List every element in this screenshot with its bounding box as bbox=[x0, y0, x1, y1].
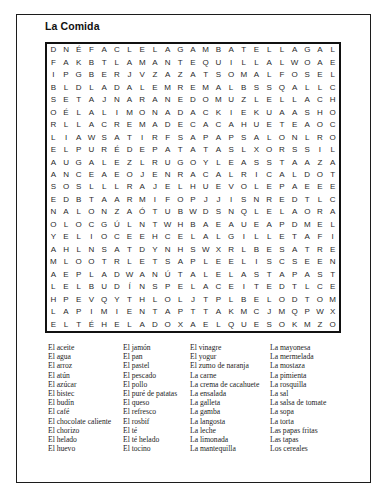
grid-cell-r7c12: C bbox=[187, 119, 200, 131]
grid-cell-r10c1: A bbox=[47, 156, 60, 168]
grid-cell-r14c21: O bbox=[301, 206, 314, 218]
grid-cell-r19c2: E bbox=[60, 269, 73, 281]
grid-cell-r17c8: D bbox=[136, 244, 149, 256]
grid-cell-r13c18: R bbox=[263, 194, 276, 206]
grid-cell-r12c13: U bbox=[199, 181, 212, 193]
grid-cell-r1c2: N bbox=[60, 44, 73, 56]
grid-cell-r11c3: C bbox=[72, 169, 85, 181]
grid-cell-r16c11: E bbox=[174, 231, 187, 243]
grid-cell-r5c1: S bbox=[47, 94, 60, 106]
grid-cell-r18c14: E bbox=[212, 256, 225, 268]
grid-cell-r10c11: G bbox=[174, 156, 187, 168]
grid-cell-r1c13: M bbox=[199, 44, 212, 56]
grid-cell-r6c17: K bbox=[250, 106, 263, 118]
word-item: La salsa de tomate bbox=[270, 398, 350, 407]
grid-cell-r17c23: E bbox=[326, 244, 339, 256]
grid-cell-r6c2: É bbox=[60, 106, 73, 118]
grid-cell-r11c9: E bbox=[149, 169, 162, 181]
word-item: El helado bbox=[48, 435, 122, 444]
grid-cell-r10c20: A bbox=[288, 156, 301, 168]
grid-cell-r16c16: I bbox=[237, 231, 250, 243]
grid-cell-r1c3: É bbox=[72, 44, 85, 56]
grid-cell-r12c8: A bbox=[136, 181, 149, 193]
grid-cell-r22c9: T bbox=[149, 306, 162, 318]
grid-cell-r9c14: A bbox=[212, 144, 225, 156]
grid-cell-r13c13: J bbox=[199, 194, 212, 206]
grid-cell-r20c2: E bbox=[60, 281, 73, 293]
grid-cell-r21c4: V bbox=[85, 294, 98, 306]
grid-cell-r9c16: L bbox=[237, 144, 250, 156]
grid-cell-r1c6: C bbox=[110, 44, 123, 56]
grid-cell-r9c18: O bbox=[263, 144, 276, 156]
grid-cell-r13c16: S bbox=[237, 194, 250, 206]
grid-cell-r5c9: A bbox=[149, 94, 162, 106]
grid-cell-r15c12: B bbox=[187, 219, 200, 231]
grid-cell-r18c10: S bbox=[161, 256, 174, 268]
grid-cell-r11c13: C bbox=[199, 169, 212, 181]
grid-cell-r4c14: A bbox=[212, 81, 225, 93]
grid-cell-r22c2: A bbox=[60, 306, 73, 318]
grid-cell-r22c20: Q bbox=[288, 306, 301, 318]
grid-cell-r8c15: P bbox=[225, 131, 238, 143]
grid-cell-r18c18: S bbox=[263, 256, 276, 268]
grid-cell-r13c1: E bbox=[47, 194, 60, 206]
grid-cell-r17c7: T bbox=[123, 244, 136, 256]
word-item: El bistec bbox=[48, 389, 122, 398]
grid-cell-r9c3: P bbox=[72, 144, 85, 156]
grid-cell-r18c17: I bbox=[250, 256, 263, 268]
grid-cell-r3c21: S bbox=[301, 69, 314, 81]
grid-cell-r1c20: A bbox=[288, 44, 301, 56]
grid-cell-r4c2: L bbox=[60, 81, 73, 93]
grid-cell-r12c4: L bbox=[85, 181, 98, 193]
grid-cell-r3c23: L bbox=[326, 69, 339, 81]
grid-cell-r19c7: W bbox=[123, 269, 136, 281]
grid-cell-r6c16: E bbox=[237, 106, 250, 118]
grid-cell-r8c22: R bbox=[314, 131, 327, 143]
grid-cell-r1c7: L bbox=[123, 44, 136, 56]
grid-cell-r8c13: P bbox=[199, 131, 212, 143]
grid-cell-r10c19: T bbox=[276, 156, 289, 168]
grid-cell-r5c21: A bbox=[301, 94, 314, 106]
grid-cell-r16c14: L bbox=[212, 231, 225, 243]
grid-cell-r23c14: L bbox=[212, 319, 225, 331]
grid-cell-r3c9: Z bbox=[149, 69, 162, 81]
grid-cell-r6c8: O bbox=[136, 106, 149, 118]
grid-cell-r9c19: R bbox=[276, 144, 289, 156]
grid-cell-r12c2: O bbox=[60, 181, 73, 193]
grid-cell-r21c7: T bbox=[123, 294, 136, 306]
grid-cell-r19c19: A bbox=[276, 269, 289, 281]
grid-cell-r22c15: K bbox=[225, 306, 238, 318]
grid-cell-r16c1: Y bbox=[47, 231, 60, 243]
grid-cell-r15c1: O bbox=[47, 219, 60, 231]
word-item: La crema de cacahuete bbox=[190, 380, 269, 389]
grid-cell-r18c19: C bbox=[276, 256, 289, 268]
grid-cell-r4c7: A bbox=[123, 81, 136, 93]
grid-cell-r17c6: A bbox=[110, 244, 123, 256]
grid-cell-r16c18: L bbox=[263, 231, 276, 243]
grid-cell-r10c13: Y bbox=[199, 156, 212, 168]
grid-cell-r7c17: U bbox=[250, 119, 263, 131]
grid-cell-r6c18: U bbox=[263, 106, 276, 118]
grid-cell-r1c23: L bbox=[326, 44, 339, 56]
grid-cell-r10c14: L bbox=[212, 156, 225, 168]
word-item: La gamba bbox=[190, 407, 269, 416]
word-item: El vinagre bbox=[190, 343, 269, 352]
grid-cell-r2c2: A bbox=[60, 56, 73, 68]
grid-cell-r23c19: O bbox=[276, 319, 289, 331]
grid-cell-r6c12: A bbox=[187, 106, 200, 118]
grid-cell-r14c6: Z bbox=[110, 206, 123, 218]
grid-cell-r11c6: E bbox=[110, 169, 123, 181]
grid-cell-r22c13: T bbox=[199, 306, 212, 318]
word-item: La ensalada bbox=[190, 389, 269, 398]
grid-cell-r19c4: L bbox=[85, 269, 98, 281]
grid-cell-r12c10: E bbox=[161, 181, 174, 193]
word-item: El refresco bbox=[123, 407, 189, 416]
grid-cell-r21c1: H bbox=[47, 294, 60, 306]
grid-cell-r4c6: D bbox=[110, 81, 123, 93]
grid-cell-r14c10: U bbox=[161, 206, 174, 218]
grid-cell-r17c17: B bbox=[250, 244, 263, 256]
grid-cell-r12c9: J bbox=[149, 181, 162, 193]
grid-cell-r2c16: L bbox=[237, 56, 250, 68]
grid-cell-r11c23: T bbox=[326, 169, 339, 181]
grid-cell-r21c13: T bbox=[199, 294, 212, 306]
grid-cell-r9c4: U bbox=[85, 144, 98, 156]
grid-cell-r10c2: U bbox=[60, 156, 73, 168]
grid-cell-r17c13: W bbox=[199, 244, 212, 256]
grid-cell-r19c5: A bbox=[98, 269, 111, 281]
grid-cell-r5c2: E bbox=[60, 94, 73, 106]
grid-cell-r8c9: R bbox=[149, 131, 162, 143]
grid-cell-r1c4: F bbox=[85, 44, 98, 56]
grid-cell-r10c8: L bbox=[136, 156, 149, 168]
grid-cell-r15c3: O bbox=[72, 219, 85, 231]
grid-cell-r3c2: P bbox=[60, 69, 73, 81]
grid-cell-r10c16: A bbox=[237, 156, 250, 168]
grid-cell-r22c19: M bbox=[276, 306, 289, 318]
grid-cell-r16c2: E bbox=[60, 231, 73, 243]
grid-cell-r20c21: L bbox=[301, 281, 314, 293]
grid-cell-r8c19: O bbox=[276, 131, 289, 143]
grid-cell-r16c23: I bbox=[326, 231, 339, 243]
grid-cell-r9c10: A bbox=[161, 144, 174, 156]
grid-cell-r23c18: S bbox=[263, 319, 276, 331]
grid-cell-r18c1: M bbox=[47, 256, 60, 268]
grid-cell-r11c10: N bbox=[161, 169, 174, 181]
grid-cell-r4c20: A bbox=[288, 81, 301, 93]
grid-cell-r11c1: A bbox=[47, 169, 60, 181]
grid-cell-r16c7: E bbox=[123, 231, 136, 243]
grid-cell-r1c14: B bbox=[212, 44, 225, 56]
grid-cell-r23c1: E bbox=[47, 319, 60, 331]
grid-cell-r20c18: E bbox=[263, 281, 276, 293]
grid-cell-r18c16: L bbox=[237, 256, 250, 268]
grid-cell-r5c18: E bbox=[263, 94, 276, 106]
grid-cell-r22c7: E bbox=[123, 306, 136, 318]
word-item: Los cereales bbox=[270, 444, 350, 453]
grid-cell-r22c14: A bbox=[212, 306, 225, 318]
grid-cell-r23c21: M bbox=[301, 319, 314, 331]
word-item: El chocolate caliente bbox=[48, 417, 122, 426]
grid-cell-r3c14: S bbox=[212, 69, 225, 81]
grid-cell-r15c11: H bbox=[174, 219, 187, 231]
grid-cell-r19c11: T bbox=[174, 269, 187, 281]
grid-cell-r18c11: A bbox=[174, 256, 187, 268]
grid-cell-r4c23: C bbox=[326, 81, 339, 93]
grid-cell-r14c15: N bbox=[225, 206, 238, 218]
grid-cell-r4c10: M bbox=[161, 81, 174, 93]
word-item: El café bbox=[48, 407, 122, 416]
grid-cell-r9c21: S bbox=[301, 144, 314, 156]
grid-cell-r20c14: C bbox=[212, 281, 225, 293]
grid-cell-r20c20: T bbox=[288, 281, 301, 293]
grid-cell-r16c9: H bbox=[149, 231, 162, 243]
grid-cell-r7c6: R bbox=[110, 119, 123, 131]
grid-cell-r12c22: E bbox=[314, 181, 327, 193]
grid-cell-r4c4: L bbox=[85, 81, 98, 93]
grid-cell-r18c20: S bbox=[288, 256, 301, 268]
grid-cell-r23c9: D bbox=[149, 319, 162, 331]
grid-cell-r22c6: I bbox=[110, 306, 123, 318]
grid-cell-r8c18: L bbox=[263, 131, 276, 143]
grid-cell-r23c12: A bbox=[187, 319, 200, 331]
grid-cell-r11c20: L bbox=[288, 169, 301, 181]
grid-cell-r23c4: É bbox=[85, 319, 98, 331]
grid-cell-r12c5: L bbox=[98, 181, 111, 193]
word-item: Las tapas bbox=[270, 435, 350, 444]
grid-cell-r9c20: S bbox=[288, 144, 301, 156]
word-item: El pollo bbox=[123, 380, 189, 389]
grid-cell-r5c11: E bbox=[174, 94, 187, 106]
grid-cell-r16c3: L bbox=[72, 231, 85, 243]
grid-cell-r4c8: L bbox=[136, 81, 149, 93]
grid-cell-r21c3: E bbox=[72, 294, 85, 306]
grid-cell-r3c13: T bbox=[199, 69, 212, 81]
grid-cell-r23c16: U bbox=[237, 319, 250, 331]
grid-cell-r23c6: E bbox=[110, 319, 123, 331]
grid-cell-r12c21: E bbox=[301, 181, 314, 193]
puzzle-title: La Comida bbox=[45, 20, 100, 32]
grid-cell-r23c22: Z bbox=[314, 319, 327, 331]
grid-cell-r16c8: E bbox=[136, 231, 149, 243]
grid-cell-r7c18: E bbox=[263, 119, 276, 131]
grid-cell-r18c5: T bbox=[98, 256, 111, 268]
grid-cell-r2c3: K bbox=[72, 56, 85, 68]
grid-cell-r8c8: I bbox=[136, 131, 149, 143]
grid-cell-r21c19: O bbox=[276, 294, 289, 306]
grid-cell-r20c8: N bbox=[136, 281, 149, 293]
grid-cell-r7c2: L bbox=[60, 119, 73, 131]
grid-cell-r5c17: L bbox=[250, 94, 263, 106]
grid-cell-r6c9: N bbox=[149, 106, 162, 118]
grid-cell-r21c11: L bbox=[174, 294, 187, 306]
word-item: El yogur bbox=[190, 352, 269, 361]
grid-cell-r5c3: T bbox=[72, 94, 85, 106]
grid-cell-r3c3: G bbox=[72, 69, 85, 81]
grid-cell-r22c22: W bbox=[314, 306, 327, 318]
grid-cell-r10c4: A bbox=[85, 156, 98, 168]
grid-cell-r11c2: N bbox=[60, 169, 73, 181]
grid-cell-r20c13: A bbox=[199, 281, 212, 293]
grid-cell-r19c6: D bbox=[110, 269, 123, 281]
word-item: El azúcar bbox=[48, 380, 122, 389]
word-item: La carne bbox=[190, 371, 269, 380]
grid-cell-r4c15: L bbox=[225, 81, 238, 93]
grid-cell-r13c14: J bbox=[212, 194, 225, 206]
grid-cell-r14c20: A bbox=[288, 206, 301, 218]
grid-cell-r15c20: D bbox=[288, 219, 301, 231]
grid-cell-r18c7: L bbox=[123, 256, 136, 268]
grid-cell-r21c14: P bbox=[212, 294, 225, 306]
grid-cell-r15c7: L bbox=[123, 219, 136, 231]
grid-cell-r5c16: Z bbox=[237, 94, 250, 106]
grid-cell-r19c15: L bbox=[225, 269, 238, 281]
grid-cell-r7c20: E bbox=[288, 119, 301, 131]
grid-cell-r5c7: A bbox=[123, 94, 136, 106]
grid-cell-r12c1: S bbox=[47, 181, 60, 193]
grid-cell-r7c15: A bbox=[225, 119, 238, 131]
grid-cell-r8c14: A bbox=[212, 131, 225, 143]
grid-cell-r8c7: T bbox=[123, 131, 136, 143]
grid-cell-r2c15: I bbox=[225, 56, 238, 68]
grid-cell-r7c4: A bbox=[85, 119, 98, 131]
grid-cell-r9c11: T bbox=[174, 144, 187, 156]
grid-cell-r23c13: E bbox=[199, 319, 212, 331]
grid-cell-r1c1: D bbox=[47, 44, 60, 56]
grid-cell-r9c12: A bbox=[187, 144, 200, 156]
grid-cell-r7c21: A bbox=[301, 119, 314, 131]
grid-cell-r22c4: I bbox=[85, 306, 98, 318]
grid-cell-r14c11: B bbox=[174, 206, 187, 218]
grid-cell-r8c1: L bbox=[47, 131, 60, 143]
grid-cell-r16c5: O bbox=[98, 231, 111, 243]
grid-cell-r17c21: T bbox=[301, 244, 314, 256]
word-item: La torta bbox=[270, 417, 350, 426]
word-item: La galleta bbox=[190, 398, 269, 407]
grid-cell-r18c4: O bbox=[85, 256, 98, 268]
grid-cell-r17c2: H bbox=[60, 244, 73, 256]
grid-cell-r21c10: O bbox=[161, 294, 174, 306]
grid-cell-r13c22: L bbox=[314, 194, 327, 206]
grid-cell-r8c20: N bbox=[288, 131, 301, 143]
grid-cell-r9c6: É bbox=[110, 144, 123, 156]
grid-cell-r18c3: O bbox=[72, 256, 85, 268]
grid-cell-r6c19: A bbox=[276, 106, 289, 118]
grid-cell-r2c23: E bbox=[326, 56, 339, 68]
grid-cell-r7c5: C bbox=[98, 119, 111, 131]
grid-cell-r15c14: E bbox=[212, 219, 225, 231]
grid-cell-r19c21: A bbox=[301, 269, 314, 281]
grid-cell-r21c6: Y bbox=[110, 294, 123, 306]
grid-cell-r19c10: Ú bbox=[161, 269, 174, 281]
grid-cell-r3c18: L bbox=[263, 69, 276, 81]
grid-cell-r2c4: B bbox=[85, 56, 98, 68]
grid-cell-r2c11: T bbox=[174, 56, 187, 68]
grid-cell-r8c21: L bbox=[301, 131, 314, 143]
grid-cell-r21c20: D bbox=[288, 294, 301, 306]
grid-cell-r17c22: R bbox=[314, 244, 327, 256]
grid-cell-r11c8: J bbox=[136, 169, 149, 181]
grid-cell-r2c1: F bbox=[47, 56, 60, 68]
grid-cell-r16c17: L bbox=[250, 231, 263, 243]
grid-cell-r9c8: E bbox=[136, 144, 149, 156]
grid-cell-r21c16: B bbox=[237, 294, 250, 306]
word-item: La rosquilla bbox=[270, 380, 350, 389]
grid-cell-r22c21: P bbox=[301, 306, 314, 318]
grid-cell-r13c20: D bbox=[288, 194, 301, 206]
grid-cell-r23c20: K bbox=[288, 319, 301, 331]
grid-cell-r21c21: T bbox=[301, 294, 314, 306]
grid-cell-r2c10: N bbox=[161, 56, 174, 68]
grid-cell-r23c7: L bbox=[123, 319, 136, 331]
grid-cell-r22c11: P bbox=[174, 306, 187, 318]
grid-cell-r9c15: S bbox=[225, 144, 238, 156]
grid-cell-r1c10: A bbox=[161, 44, 174, 56]
grid-cell-r17c1: A bbox=[47, 244, 60, 256]
grid-cell-r9c9: P bbox=[149, 144, 162, 156]
grid-cell-r3c8: V bbox=[136, 69, 149, 81]
grid-cell-r13c6: A bbox=[110, 194, 123, 206]
grid-cell-r1c18: L bbox=[263, 44, 276, 56]
word-list-column-3: El vinagreEl yogurEl zumo de naranjaLa c… bbox=[190, 343, 269, 453]
grid-cell-r22c23: X bbox=[326, 306, 339, 318]
grid-cell-r8c11: S bbox=[174, 131, 187, 143]
grid-cell-r8c4: W bbox=[85, 131, 98, 143]
grid-cell-r1c9: L bbox=[149, 44, 162, 56]
word-list-column-2: El jamónEl panEl pastelEl pescadoEl poll… bbox=[123, 343, 189, 453]
word-item: La mostaza bbox=[270, 361, 350, 370]
grid-cell-r13c19: E bbox=[276, 194, 289, 206]
grid-cell-r10c7: Z bbox=[123, 156, 136, 168]
grid-cell-r18c2: L bbox=[60, 256, 73, 268]
grid-cell-r20c15: E bbox=[225, 281, 238, 293]
grid-cell-r7c13: A bbox=[199, 119, 212, 131]
grid-cell-r14c16: Q bbox=[237, 206, 250, 218]
grid-cell-r22c8: N bbox=[136, 306, 149, 318]
grid-cell-r16c19: E bbox=[276, 231, 289, 243]
grid-cell-r22c18: J bbox=[263, 306, 276, 318]
grid-cell-r5c23: H bbox=[326, 94, 339, 106]
grid-cell-r21c17: E bbox=[250, 294, 263, 306]
grid-cell-r22c3: P bbox=[72, 306, 85, 318]
grid-cell-r2c17: L bbox=[250, 56, 263, 68]
grid-cell-r6c15: I bbox=[225, 106, 238, 118]
grid-cell-r1c16: T bbox=[237, 44, 250, 56]
word-item: La limonada bbox=[190, 435, 269, 444]
grid-cell-r20c22: C bbox=[314, 281, 327, 293]
grid-cell-r3c22: E bbox=[314, 69, 327, 81]
grid-cell-r17c16: L bbox=[237, 244, 250, 256]
grid-cell-r13c15: I bbox=[225, 194, 238, 206]
grid-cell-r16c12: L bbox=[187, 231, 200, 243]
grid-cell-r11c19: A bbox=[276, 169, 289, 181]
grid-cell-r5c22: C bbox=[314, 94, 327, 106]
word-item: Las papas fritas bbox=[270, 426, 350, 435]
grid-cell-r13c5: A bbox=[98, 194, 111, 206]
grid-cell-r7c9: A bbox=[149, 119, 162, 131]
word-item: El té bbox=[123, 426, 189, 435]
grid-cell-r15c6: Ú bbox=[110, 219, 123, 231]
grid-cell-r12c20: A bbox=[288, 181, 301, 193]
grid-cell-r18c6: R bbox=[110, 256, 123, 268]
grid-cell-r6c13: C bbox=[199, 106, 212, 118]
grid-cell-r11c15: L bbox=[225, 169, 238, 181]
grid-cell-r23c23: O bbox=[326, 319, 339, 331]
grid-cell-r11c12: A bbox=[187, 169, 200, 181]
